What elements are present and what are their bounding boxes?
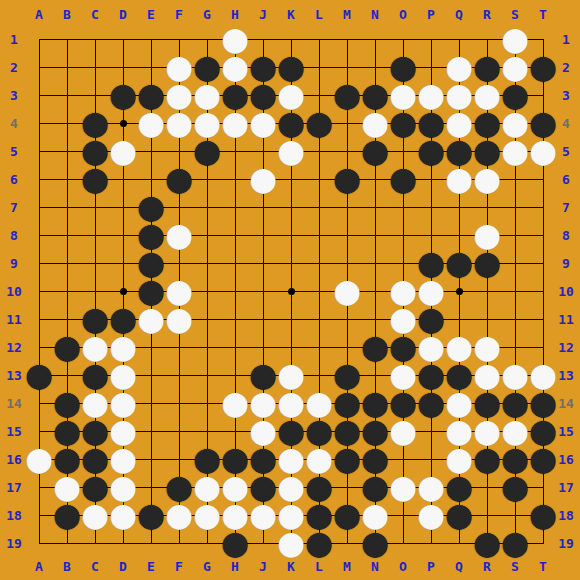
intersection-H18[interactable]: ● xyxy=(221,501,249,529)
intersection-A15[interactable] xyxy=(25,417,53,445)
intersection-S16[interactable]: ● xyxy=(501,445,529,473)
intersection-J15[interactable]: ● xyxy=(249,417,277,445)
intersection-D13[interactable]: ● xyxy=(109,361,137,389)
intersection-F6[interactable]: ● xyxy=(165,165,193,193)
intersection-J1[interactable] xyxy=(249,25,277,53)
intersection-T18[interactable]: ● xyxy=(529,501,557,529)
intersection-R11[interactable] xyxy=(473,305,501,333)
intersection-E11[interactable]: ● xyxy=(137,305,165,333)
intersection-Q11[interactable] xyxy=(445,305,473,333)
intersection-Q14[interactable]: ● xyxy=(445,389,473,417)
intersection-L13[interactable] xyxy=(305,361,333,389)
intersection-E19[interactable] xyxy=(137,529,165,557)
intersection-A12[interactable] xyxy=(25,333,53,361)
intersection-A5[interactable] xyxy=(25,137,53,165)
intersection-R13[interactable]: ● xyxy=(473,361,501,389)
intersection-S19[interactable]: ● xyxy=(501,529,529,557)
intersection-G13[interactable] xyxy=(193,361,221,389)
intersection-N6[interactable] xyxy=(361,165,389,193)
intersection-N13[interactable] xyxy=(361,361,389,389)
intersection-F8[interactable]: ● xyxy=(165,221,193,249)
intersection-P9[interactable]: ● xyxy=(417,249,445,277)
intersection-G11[interactable] xyxy=(193,305,221,333)
intersection-E3[interactable]: ● xyxy=(137,81,165,109)
intersection-D4[interactable] xyxy=(109,109,137,137)
intersection-K6[interactable] xyxy=(277,165,305,193)
intersection-M9[interactable] xyxy=(333,249,361,277)
intersection-K9[interactable] xyxy=(277,249,305,277)
intersection-C2[interactable] xyxy=(81,53,109,81)
intersection-R12[interactable]: ● xyxy=(473,333,501,361)
intersection-O8[interactable] xyxy=(389,221,417,249)
intersection-Q10[interactable] xyxy=(445,277,473,305)
intersection-R5[interactable]: ● xyxy=(473,137,501,165)
intersection-G8[interactable] xyxy=(193,221,221,249)
intersection-J3[interactable]: ● xyxy=(249,81,277,109)
intersection-A3[interactable] xyxy=(25,81,53,109)
intersection-C17[interactable]: ● xyxy=(81,473,109,501)
intersection-C16[interactable]: ● xyxy=(81,445,109,473)
intersection-B11[interactable] xyxy=(53,305,81,333)
intersection-R8[interactable]: ● xyxy=(473,221,501,249)
intersection-N18[interactable]: ● xyxy=(361,501,389,529)
intersection-R19[interactable]: ● xyxy=(473,529,501,557)
intersection-R1[interactable] xyxy=(473,25,501,53)
intersection-O15[interactable]: ● xyxy=(389,417,417,445)
intersection-J14[interactable]: ● xyxy=(249,389,277,417)
intersection-Q15[interactable]: ● xyxy=(445,417,473,445)
intersection-H1[interactable]: ● xyxy=(221,25,249,53)
intersection-A6[interactable] xyxy=(25,165,53,193)
intersection-D2[interactable] xyxy=(109,53,137,81)
intersection-A17[interactable] xyxy=(25,473,53,501)
intersection-E17[interactable] xyxy=(137,473,165,501)
intersection-R10[interactable] xyxy=(473,277,501,305)
intersection-G1[interactable] xyxy=(193,25,221,53)
intersection-Q16[interactable]: ● xyxy=(445,445,473,473)
intersection-D11[interactable]: ● xyxy=(109,305,137,333)
intersection-B19[interactable] xyxy=(53,529,81,557)
intersection-T19[interactable] xyxy=(529,529,557,557)
intersection-M18[interactable]: ● xyxy=(333,501,361,529)
intersection-F4[interactable]: ● xyxy=(165,109,193,137)
intersection-N4[interactable]: ● xyxy=(361,109,389,137)
intersection-H5[interactable] xyxy=(221,137,249,165)
intersection-D1[interactable] xyxy=(109,25,137,53)
intersection-P19[interactable] xyxy=(417,529,445,557)
intersection-P8[interactable] xyxy=(417,221,445,249)
intersection-K8[interactable] xyxy=(277,221,305,249)
intersection-G12[interactable] xyxy=(193,333,221,361)
intersection-O5[interactable] xyxy=(389,137,417,165)
intersection-D9[interactable] xyxy=(109,249,137,277)
intersection-R9[interactable]: ● xyxy=(473,249,501,277)
intersection-P2[interactable] xyxy=(417,53,445,81)
intersection-R6[interactable]: ● xyxy=(473,165,501,193)
intersection-K1[interactable] xyxy=(277,25,305,53)
intersection-G15[interactable] xyxy=(193,417,221,445)
intersection-O18[interactable] xyxy=(389,501,417,529)
intersection-Q18[interactable]: ● xyxy=(445,501,473,529)
intersection-S15[interactable]: ● xyxy=(501,417,529,445)
intersection-L19[interactable]: ● xyxy=(305,529,333,557)
intersection-C4[interactable]: ● xyxy=(81,109,109,137)
intersection-J6[interactable]: ● xyxy=(249,165,277,193)
intersection-N15[interactable]: ● xyxy=(361,417,389,445)
intersection-J9[interactable] xyxy=(249,249,277,277)
intersection-B18[interactable]: ● xyxy=(53,501,81,529)
intersection-F1[interactable] xyxy=(165,25,193,53)
intersection-Q5[interactable]: ● xyxy=(445,137,473,165)
intersection-O9[interactable] xyxy=(389,249,417,277)
intersection-A18[interactable] xyxy=(25,501,53,529)
intersection-E5[interactable] xyxy=(137,137,165,165)
intersection-F14[interactable] xyxy=(165,389,193,417)
intersection-B10[interactable] xyxy=(53,277,81,305)
intersection-Q3[interactable]: ● xyxy=(445,81,473,109)
intersection-M10[interactable]: ● xyxy=(333,277,361,305)
intersection-C11[interactable]: ● xyxy=(81,305,109,333)
intersection-K3[interactable]: ● xyxy=(277,81,305,109)
intersection-J5[interactable] xyxy=(249,137,277,165)
intersection-F10[interactable]: ● xyxy=(165,277,193,305)
intersection-H11[interactable] xyxy=(221,305,249,333)
intersection-P7[interactable] xyxy=(417,193,445,221)
intersection-A4[interactable] xyxy=(25,109,53,137)
intersection-Q12[interactable]: ● xyxy=(445,333,473,361)
intersection-L16[interactable]: ● xyxy=(305,445,333,473)
intersection-R18[interactable] xyxy=(473,501,501,529)
intersection-E16[interactable] xyxy=(137,445,165,473)
intersection-S1[interactable]: ● xyxy=(501,25,529,53)
intersection-J13[interactable]: ● xyxy=(249,361,277,389)
intersection-T17[interactable] xyxy=(529,473,557,501)
intersection-F3[interactable]: ● xyxy=(165,81,193,109)
intersection-F15[interactable] xyxy=(165,417,193,445)
intersection-E14[interactable] xyxy=(137,389,165,417)
intersection-T5[interactable]: ● xyxy=(529,137,557,165)
intersection-Q13[interactable]: ● xyxy=(445,361,473,389)
intersection-L5[interactable] xyxy=(305,137,333,165)
intersection-T16[interactable]: ● xyxy=(529,445,557,473)
intersection-M11[interactable] xyxy=(333,305,361,333)
intersection-P10[interactable]: ● xyxy=(417,277,445,305)
intersection-S8[interactable] xyxy=(501,221,529,249)
intersection-M8[interactable] xyxy=(333,221,361,249)
intersection-B4[interactable] xyxy=(53,109,81,137)
intersection-L10[interactable] xyxy=(305,277,333,305)
intersection-C12[interactable]: ● xyxy=(81,333,109,361)
intersection-O6[interactable]: ● xyxy=(389,165,417,193)
intersection-J2[interactable]: ● xyxy=(249,53,277,81)
intersection-H10[interactable] xyxy=(221,277,249,305)
intersection-J18[interactable]: ● xyxy=(249,501,277,529)
intersection-S3[interactable]: ● xyxy=(501,81,529,109)
intersection-L9[interactable] xyxy=(305,249,333,277)
intersection-C6[interactable]: ● xyxy=(81,165,109,193)
intersection-O14[interactable]: ● xyxy=(389,389,417,417)
intersection-C1[interactable] xyxy=(81,25,109,53)
intersection-K19[interactable]: ● xyxy=(277,529,305,557)
intersection-M16[interactable]: ● xyxy=(333,445,361,473)
intersection-T10[interactable] xyxy=(529,277,557,305)
intersection-R16[interactable]: ● xyxy=(473,445,501,473)
intersection-F5[interactable] xyxy=(165,137,193,165)
intersection-O7[interactable] xyxy=(389,193,417,221)
intersection-K14[interactable]: ● xyxy=(277,389,305,417)
intersection-C9[interactable] xyxy=(81,249,109,277)
intersection-Q6[interactable]: ● xyxy=(445,165,473,193)
intersection-N10[interactable] xyxy=(361,277,389,305)
intersection-F2[interactable]: ● xyxy=(165,53,193,81)
intersection-H3[interactable]: ● xyxy=(221,81,249,109)
intersection-H14[interactable]: ● xyxy=(221,389,249,417)
intersection-Q17[interactable]: ● xyxy=(445,473,473,501)
intersection-O16[interactable] xyxy=(389,445,417,473)
intersection-B16[interactable]: ● xyxy=(53,445,81,473)
intersection-F16[interactable] xyxy=(165,445,193,473)
intersection-N7[interactable] xyxy=(361,193,389,221)
intersection-J16[interactable]: ● xyxy=(249,445,277,473)
intersection-L8[interactable] xyxy=(305,221,333,249)
intersection-A2[interactable] xyxy=(25,53,53,81)
intersection-O13[interactable]: ● xyxy=(389,361,417,389)
intersection-P3[interactable]: ● xyxy=(417,81,445,109)
intersection-Q8[interactable] xyxy=(445,221,473,249)
intersection-S11[interactable] xyxy=(501,305,529,333)
intersection-M5[interactable] xyxy=(333,137,361,165)
intersection-H19[interactable]: ● xyxy=(221,529,249,557)
intersection-Q9[interactable]: ● xyxy=(445,249,473,277)
intersection-G3[interactable]: ● xyxy=(193,81,221,109)
board-grid[interactable]: ●●●●●●●●●●●●●●●●●●●●●●●●●●●●●●●●●●●●●●●●… xyxy=(25,25,557,557)
intersection-K4[interactable]: ● xyxy=(277,109,305,137)
intersection-E7[interactable]: ● xyxy=(137,193,165,221)
intersection-E13[interactable] xyxy=(137,361,165,389)
intersection-K10[interactable] xyxy=(277,277,305,305)
intersection-H12[interactable] xyxy=(221,333,249,361)
intersection-C5[interactable]: ● xyxy=(81,137,109,165)
intersection-G5[interactable]: ● xyxy=(193,137,221,165)
intersection-G17[interactable]: ● xyxy=(193,473,221,501)
intersection-F19[interactable] xyxy=(165,529,193,557)
intersection-G16[interactable]: ● xyxy=(193,445,221,473)
intersection-H4[interactable]: ● xyxy=(221,109,249,137)
intersection-M1[interactable] xyxy=(333,25,361,53)
intersection-R3[interactable]: ● xyxy=(473,81,501,109)
intersection-P4[interactable]: ● xyxy=(417,109,445,137)
intersection-K12[interactable] xyxy=(277,333,305,361)
intersection-F11[interactable]: ● xyxy=(165,305,193,333)
intersection-L7[interactable] xyxy=(305,193,333,221)
intersection-E9[interactable]: ● xyxy=(137,249,165,277)
intersection-S2[interactable]: ● xyxy=(501,53,529,81)
intersection-D16[interactable]: ● xyxy=(109,445,137,473)
intersection-K13[interactable]: ● xyxy=(277,361,305,389)
intersection-T1[interactable] xyxy=(529,25,557,53)
intersection-P15[interactable] xyxy=(417,417,445,445)
intersection-T6[interactable] xyxy=(529,165,557,193)
intersection-D8[interactable] xyxy=(109,221,137,249)
intersection-H8[interactable] xyxy=(221,221,249,249)
intersection-E6[interactable] xyxy=(137,165,165,193)
intersection-D19[interactable] xyxy=(109,529,137,557)
intersection-A16[interactable]: ● xyxy=(25,445,53,473)
intersection-T4[interactable]: ● xyxy=(529,109,557,137)
intersection-N17[interactable]: ● xyxy=(361,473,389,501)
intersection-F7[interactable] xyxy=(165,193,193,221)
intersection-F9[interactable] xyxy=(165,249,193,277)
intersection-D17[interactable]: ● xyxy=(109,473,137,501)
intersection-G6[interactable] xyxy=(193,165,221,193)
intersection-H13[interactable] xyxy=(221,361,249,389)
intersection-S18[interactable] xyxy=(501,501,529,529)
intersection-L18[interactable]: ● xyxy=(305,501,333,529)
intersection-T8[interactable] xyxy=(529,221,557,249)
intersection-L3[interactable] xyxy=(305,81,333,109)
intersection-L11[interactable] xyxy=(305,305,333,333)
intersection-C18[interactable]: ● xyxy=(81,501,109,529)
intersection-N16[interactable]: ● xyxy=(361,445,389,473)
intersection-H16[interactable]: ● xyxy=(221,445,249,473)
intersection-P5[interactable]: ● xyxy=(417,137,445,165)
intersection-F18[interactable]: ● xyxy=(165,501,193,529)
intersection-H7[interactable] xyxy=(221,193,249,221)
intersection-J8[interactable] xyxy=(249,221,277,249)
intersection-S5[interactable]: ● xyxy=(501,137,529,165)
intersection-C8[interactable] xyxy=(81,221,109,249)
intersection-R4[interactable]: ● xyxy=(473,109,501,137)
intersection-S13[interactable]: ● xyxy=(501,361,529,389)
intersection-P16[interactable] xyxy=(417,445,445,473)
intersection-A13[interactable]: ● xyxy=(25,361,53,389)
intersection-D15[interactable]: ● xyxy=(109,417,137,445)
intersection-K15[interactable]: ● xyxy=(277,417,305,445)
intersection-M19[interactable] xyxy=(333,529,361,557)
intersection-T3[interactable] xyxy=(529,81,557,109)
intersection-O19[interactable] xyxy=(389,529,417,557)
intersection-K5[interactable]: ● xyxy=(277,137,305,165)
intersection-M13[interactable]: ● xyxy=(333,361,361,389)
intersection-E10[interactable]: ● xyxy=(137,277,165,305)
intersection-R14[interactable]: ● xyxy=(473,389,501,417)
intersection-F13[interactable] xyxy=(165,361,193,389)
intersection-O17[interactable]: ● xyxy=(389,473,417,501)
intersection-G10[interactable] xyxy=(193,277,221,305)
intersection-L1[interactable] xyxy=(305,25,333,53)
intersection-J7[interactable] xyxy=(249,193,277,221)
intersection-A14[interactable] xyxy=(25,389,53,417)
intersection-O11[interactable]: ● xyxy=(389,305,417,333)
intersection-B6[interactable] xyxy=(53,165,81,193)
intersection-N5[interactable]: ● xyxy=(361,137,389,165)
intersection-L12[interactable] xyxy=(305,333,333,361)
intersection-D6[interactable] xyxy=(109,165,137,193)
intersection-T2[interactable]: ● xyxy=(529,53,557,81)
intersection-B7[interactable] xyxy=(53,193,81,221)
intersection-Q4[interactable]: ● xyxy=(445,109,473,137)
intersection-S12[interactable] xyxy=(501,333,529,361)
intersection-B12[interactable]: ● xyxy=(53,333,81,361)
intersection-A1[interactable] xyxy=(25,25,53,53)
intersection-T15[interactable]: ● xyxy=(529,417,557,445)
intersection-Q19[interactable] xyxy=(445,529,473,557)
intersection-A10[interactable] xyxy=(25,277,53,305)
intersection-M3[interactable]: ● xyxy=(333,81,361,109)
intersection-G4[interactable]: ● xyxy=(193,109,221,137)
intersection-S9[interactable] xyxy=(501,249,529,277)
intersection-J17[interactable]: ● xyxy=(249,473,277,501)
intersection-P1[interactable] xyxy=(417,25,445,53)
intersection-G9[interactable] xyxy=(193,249,221,277)
intersection-B13[interactable] xyxy=(53,361,81,389)
intersection-N1[interactable] xyxy=(361,25,389,53)
intersection-K18[interactable]: ● xyxy=(277,501,305,529)
intersection-O3[interactable]: ● xyxy=(389,81,417,109)
intersection-K16[interactable]: ● xyxy=(277,445,305,473)
intersection-L14[interactable]: ● xyxy=(305,389,333,417)
intersection-M2[interactable] xyxy=(333,53,361,81)
intersection-M6[interactable]: ● xyxy=(333,165,361,193)
intersection-A7[interactable] xyxy=(25,193,53,221)
intersection-N12[interactable]: ● xyxy=(361,333,389,361)
intersection-R2[interactable]: ● xyxy=(473,53,501,81)
intersection-D5[interactable]: ● xyxy=(109,137,137,165)
intersection-D12[interactable]: ● xyxy=(109,333,137,361)
intersection-G7[interactable] xyxy=(193,193,221,221)
intersection-C14[interactable]: ● xyxy=(81,389,109,417)
intersection-L17[interactable]: ● xyxy=(305,473,333,501)
intersection-B17[interactable]: ● xyxy=(53,473,81,501)
intersection-C19[interactable] xyxy=(81,529,109,557)
intersection-M14[interactable]: ● xyxy=(333,389,361,417)
intersection-D18[interactable]: ● xyxy=(109,501,137,529)
intersection-C13[interactable]: ● xyxy=(81,361,109,389)
intersection-J12[interactable] xyxy=(249,333,277,361)
intersection-M17[interactable] xyxy=(333,473,361,501)
intersection-A19[interactable] xyxy=(25,529,53,557)
intersection-B2[interactable] xyxy=(53,53,81,81)
intersection-H17[interactable]: ● xyxy=(221,473,249,501)
intersection-N9[interactable] xyxy=(361,249,389,277)
intersection-N8[interactable] xyxy=(361,221,389,249)
intersection-P6[interactable] xyxy=(417,165,445,193)
intersection-T12[interactable] xyxy=(529,333,557,361)
intersection-O12[interactable]: ● xyxy=(389,333,417,361)
intersection-S4[interactable]: ● xyxy=(501,109,529,137)
intersection-Q2[interactable]: ● xyxy=(445,53,473,81)
intersection-S17[interactable]: ● xyxy=(501,473,529,501)
intersection-K7[interactable] xyxy=(277,193,305,221)
intersection-A9[interactable] xyxy=(25,249,53,277)
intersection-T11[interactable] xyxy=(529,305,557,333)
intersection-P18[interactable]: ● xyxy=(417,501,445,529)
intersection-O2[interactable]: ● xyxy=(389,53,417,81)
intersection-J4[interactable]: ● xyxy=(249,109,277,137)
intersection-O1[interactable] xyxy=(389,25,417,53)
intersection-T7[interactable] xyxy=(529,193,557,221)
intersection-D14[interactable]: ● xyxy=(109,389,137,417)
intersection-M4[interactable] xyxy=(333,109,361,137)
intersection-B5[interactable] xyxy=(53,137,81,165)
intersection-G14[interactable] xyxy=(193,389,221,417)
intersection-D3[interactable]: ● xyxy=(109,81,137,109)
intersection-P11[interactable]: ● xyxy=(417,305,445,333)
intersection-D10[interactable] xyxy=(109,277,137,305)
intersection-A11[interactable] xyxy=(25,305,53,333)
intersection-K2[interactable]: ● xyxy=(277,53,305,81)
intersection-B15[interactable]: ● xyxy=(53,417,81,445)
